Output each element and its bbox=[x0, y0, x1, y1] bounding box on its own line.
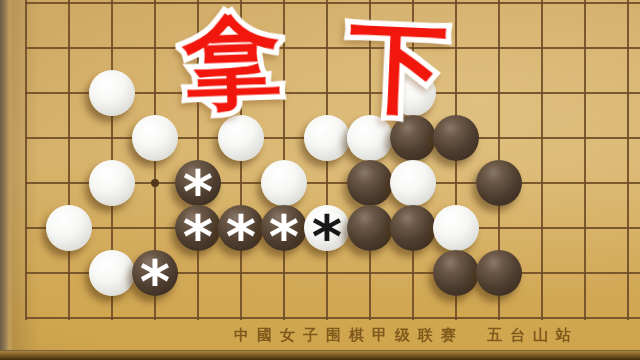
title-char-na-fill: 拿 bbox=[181, 3, 283, 120]
white-stone bbox=[89, 70, 135, 116]
white-stone bbox=[218, 115, 264, 161]
black-stone bbox=[390, 205, 436, 251]
board-bottom-edge bbox=[0, 350, 640, 360]
marked-black-stone: * bbox=[132, 250, 178, 296]
grid-line-horizontal bbox=[25, 47, 640, 49]
marked-black-stone: * bbox=[261, 205, 307, 251]
asterisk-mark: * bbox=[226, 214, 256, 260]
marked-black-stone: * bbox=[218, 205, 264, 251]
marked-black-stone: * bbox=[175, 160, 221, 206]
go-board-scene: ****** 拿 拿 下 下 中國女子围棋甲级联赛 五台山站 bbox=[0, 0, 640, 360]
white-stone bbox=[89, 250, 135, 296]
asterisk-mark: * bbox=[269, 214, 299, 260]
white-stone bbox=[46, 205, 92, 251]
white-stone bbox=[390, 160, 436, 206]
white-stone bbox=[261, 160, 307, 206]
star-point bbox=[151, 179, 159, 187]
asterisk-mark: * bbox=[312, 214, 342, 260]
board-left-edge bbox=[0, 0, 13, 360]
white-stone bbox=[132, 115, 178, 161]
marked-white-stone: * bbox=[304, 205, 350, 251]
black-stone bbox=[476, 160, 522, 206]
marked-black-stone: * bbox=[175, 205, 221, 251]
black-stone bbox=[476, 250, 522, 296]
white-stone bbox=[433, 205, 479, 251]
grid-line-horizontal bbox=[25, 317, 640, 319]
title-char-xia: 下 下 bbox=[347, 17, 449, 119]
asterisk-mark: * bbox=[183, 214, 213, 260]
white-stone bbox=[89, 160, 135, 206]
board-caption: 中國女子围棋甲级联赛 五台山站 bbox=[234, 326, 579, 345]
black-stone bbox=[433, 250, 479, 296]
title-char-na: 拿 拿 bbox=[181, 11, 282, 112]
title-char-xia-fill: 下 bbox=[347, 9, 450, 127]
black-stone bbox=[347, 160, 393, 206]
asterisk-mark: * bbox=[140, 259, 170, 305]
white-stone bbox=[304, 115, 350, 161]
black-stone bbox=[347, 205, 393, 251]
grid-line-horizontal bbox=[25, 2, 640, 4]
